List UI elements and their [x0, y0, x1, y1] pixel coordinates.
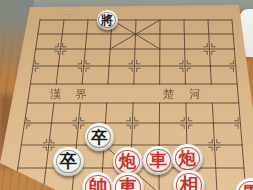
- red-cannon[interactable]: 炮: [172, 144, 202, 173]
- red-cannon-glyph: 炮: [119, 153, 137, 171]
- red-general-glyph: 帥: [89, 178, 107, 190]
- black-soldier-glyph: 卒: [60, 153, 78, 171]
- black-soldier[interactable]: 卒: [53, 147, 83, 176]
- red-elephant[interactable]: 相: [173, 170, 205, 190]
- red-chariot-glyph: 車: [119, 178, 137, 190]
- pieces-layer: 將卒卒炮車炮帥車相馬: [0, 0, 253, 190]
- photo-stage: 漢界 楚河 ···· ····· 將卒卒炮車炮帥車相馬: [0, 0, 253, 190]
- black-general[interactable]: 將: [97, 10, 118, 30]
- red-cannon-glyph: 炮: [179, 150, 197, 168]
- black-soldier[interactable]: 卒: [85, 123, 114, 150]
- black-general-glyph: 將: [101, 14, 113, 26]
- red-chariot[interactable]: 車: [143, 146, 173, 175]
- red-chariot-glyph: 車: [149, 152, 167, 170]
- red-horse-glyph: 馬: [242, 184, 253, 190]
- red-horse[interactable]: 馬: [235, 178, 253, 190]
- black-soldier-glyph: 卒: [91, 129, 108, 146]
- red-general[interactable]: 帥: [82, 172, 114, 190]
- red-chariot[interactable]: 車: [112, 172, 144, 190]
- red-elephant-glyph: 相: [180, 176, 198, 190]
